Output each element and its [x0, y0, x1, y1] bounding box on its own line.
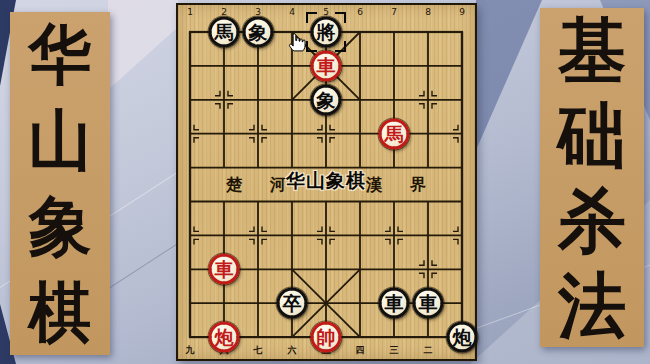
piece-black-soldier[interactable]: 卒: [277, 288, 308, 319]
piece-red-chariot[interactable]: 車: [209, 254, 240, 285]
file-label-top: 3: [255, 7, 261, 17]
piece-red-chariot[interactable]: 車: [311, 50, 342, 81]
file-label-bottom: 四: [356, 345, 365, 355]
background-facet: [108, 0, 178, 90]
screenshot-stage: 华 山 象 棋 123456789 九八七六五四三二一 楚 河 漢 界 华山象棋…: [0, 0, 650, 364]
file-label-bottom: 六: [288, 345, 297, 355]
file-label-top: 8: [425, 7, 431, 17]
file-label-bottom: 七: [254, 345, 263, 355]
river-text-han: 漢: [366, 175, 382, 196]
file-label-bottom: 三: [390, 345, 399, 355]
piece-black-chariot[interactable]: 車: [379, 288, 410, 319]
river-text-jie: 界: [410, 175, 426, 196]
piece-red-cannon[interactable]: 炮: [209, 322, 240, 353]
xiangqi-board[interactable]: 123456789 九八七六五四三二一 楚 河 漢 界 华山象棋 馬象將車象馬車…: [176, 3, 477, 361]
banner-char: 象: [29, 194, 92, 260]
right-banner-jichu-shafa: 基 础 杀 法: [540, 8, 644, 347]
banner-char: 华: [29, 22, 92, 88]
banner-char: 棋: [29, 279, 92, 345]
banner-char: 础: [558, 100, 626, 171]
file-label-top: 4: [289, 7, 295, 17]
file-label-top: 1: [187, 7, 193, 17]
piece-black-general[interactable]: 將: [311, 17, 342, 48]
piece-black-elephant[interactable]: 象: [243, 17, 274, 48]
left-banner-huashan-xiangqi: 华 山 象 棋: [10, 12, 110, 355]
file-label-top: 9: [459, 7, 465, 17]
banner-char: 法: [558, 269, 626, 340]
piece-black-cannon[interactable]: 炮: [447, 322, 478, 353]
file-label-bottom: 二: [424, 345, 433, 355]
piece-black-horse[interactable]: 馬: [209, 17, 240, 48]
banner-char: 杀: [558, 185, 626, 256]
file-label-top: 6: [357, 7, 363, 17]
piece-red-general[interactable]: 帥: [311, 322, 342, 353]
banner-char: 山: [29, 108, 92, 174]
piece-black-chariot[interactable]: 車: [413, 288, 444, 319]
file-label-bottom: 九: [186, 345, 195, 355]
background-facet: [476, 0, 542, 150]
river-text-chu: 楚: [226, 175, 242, 196]
banner-char: 基: [558, 15, 626, 86]
river-text-he: 河: [270, 175, 286, 196]
file-label-top: 2: [221, 7, 227, 17]
file-label-top: 7: [391, 7, 397, 17]
river-watermark: 华山象棋: [286, 168, 366, 194]
piece-black-elephant[interactable]: 象: [311, 84, 342, 115]
piece-red-horse[interactable]: 馬: [379, 118, 410, 149]
file-label-top: 5: [323, 7, 329, 17]
